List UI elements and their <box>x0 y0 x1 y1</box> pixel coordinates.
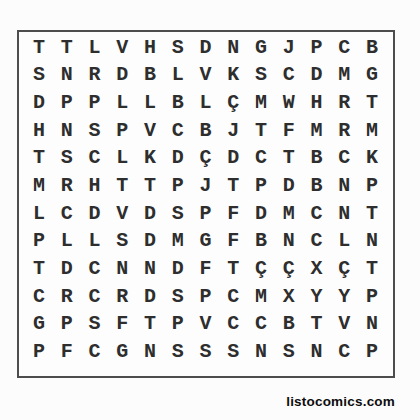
grid-cell[interactable]: R <box>81 62 109 90</box>
grid-cell[interactable]: M <box>275 200 303 228</box>
grid-cell[interactable]: N <box>136 255 164 283</box>
grid-cell[interactable]: K <box>358 145 386 173</box>
grid-cell[interactable]: D <box>136 228 164 256</box>
grid-cell[interactable]: N <box>108 255 136 283</box>
grid-cell[interactable]: C <box>303 200 331 228</box>
grid-cell[interactable]: S <box>53 145 81 173</box>
grid-cell[interactable]: M <box>164 228 192 256</box>
grid-cell[interactable]: C <box>330 145 358 173</box>
grid-cell[interactable]: N <box>53 62 81 90</box>
grid-cell[interactable]: V <box>136 117 164 145</box>
grid-cell[interactable]: Ç <box>192 145 220 173</box>
grid-cell[interactable]: J <box>275 34 303 62</box>
grid-cell[interactable]: C <box>330 338 358 366</box>
grid-cell[interactable]: W <box>275 89 303 117</box>
grid-cell[interactable]: T <box>358 89 386 117</box>
grid-cell[interactable]: P <box>25 228 53 256</box>
grid-cell[interactable]: C <box>275 62 303 90</box>
grid-cell[interactable]: B <box>303 145 331 173</box>
grid-cell[interactable]: Ç <box>219 89 247 117</box>
grid-cell[interactable]: T <box>247 117 275 145</box>
grid-cell[interactable]: S <box>25 62 53 90</box>
grid-cell[interactable]: R <box>53 283 81 311</box>
grid-cell[interactable]: T <box>136 172 164 200</box>
grid-cell[interactable]: D <box>192 34 220 62</box>
grid-cell[interactable]: M <box>247 283 275 311</box>
grid-cell[interactable]: D <box>303 62 331 90</box>
grid-cell[interactable]: P <box>53 311 81 339</box>
grid-cell[interactable]: Y <box>330 283 358 311</box>
grid-cell[interactable]: T <box>25 34 53 62</box>
grid-cell[interactable]: P <box>25 338 53 366</box>
grid-cell[interactable]: S <box>219 338 247 366</box>
grid-cell[interactable]: T <box>219 255 247 283</box>
grid-cell[interactable]: D <box>81 200 109 228</box>
grid-cell[interactable]: J <box>219 117 247 145</box>
grid-cell[interactable]: R <box>53 172 81 200</box>
grid-cell[interactable]: G <box>247 34 275 62</box>
grid-cell[interactable]: S <box>108 228 136 256</box>
grid-cell[interactable]: H <box>25 117 53 145</box>
grid-cell[interactable]: P <box>303 34 331 62</box>
word-search-board: TTLVHSDNGJPCBSNRDBLVKSCDMGDPPLLBLÇMWHRTH… <box>17 30 395 378</box>
grid-cell[interactable]: P <box>358 338 386 366</box>
grid-cell[interactable]: P <box>192 200 220 228</box>
grid-cell[interactable]: P <box>247 172 275 200</box>
grid-cell[interactable]: N <box>275 228 303 256</box>
grid-cell[interactable]: G <box>108 338 136 366</box>
grid-cell[interactable]: S <box>164 338 192 366</box>
grid-cell[interactable]: G <box>192 228 220 256</box>
grid-cell[interactable]: S <box>275 338 303 366</box>
grid-cell[interactable]: P <box>192 283 220 311</box>
grid-cell[interactable]: X <box>303 255 331 283</box>
grid-cell[interactable]: D <box>164 145 192 173</box>
grid-cell[interactable]: D <box>275 172 303 200</box>
grid-cell[interactable]: S <box>164 283 192 311</box>
grid-cell[interactable]: K <box>136 145 164 173</box>
grid-cell[interactable]: V <box>192 62 220 90</box>
grid-cell[interactable]: V <box>192 311 220 339</box>
grid-cell[interactable]: P <box>81 89 109 117</box>
grid-cell[interactable]: T <box>25 255 53 283</box>
grid-cell[interactable]: T <box>358 255 386 283</box>
grid-cell[interactable]: M <box>25 172 53 200</box>
grid-cell[interactable]: D <box>136 283 164 311</box>
grid-cell[interactable]: T <box>358 200 386 228</box>
grid-cell[interactable]: P <box>358 283 386 311</box>
grid-cell[interactable]: P <box>108 117 136 145</box>
grid-cell[interactable]: B <box>358 34 386 62</box>
grid-cell[interactable]: P <box>53 89 81 117</box>
grid-cell[interactable]: F <box>192 255 220 283</box>
grid-cell[interactable]: H <box>136 34 164 62</box>
grid-cell[interactable]: C <box>247 311 275 339</box>
grid-cell[interactable]: J <box>192 172 220 200</box>
grid-cell[interactable]: L <box>108 145 136 173</box>
grid-cell[interactable]: C <box>81 338 109 366</box>
grid-cell[interactable]: L <box>108 89 136 117</box>
grid-cell[interactable]: S <box>81 311 109 339</box>
grid-cell[interactable]: T <box>303 311 331 339</box>
grid-cell[interactable]: X <box>275 283 303 311</box>
grid-cell[interactable]: S <box>164 34 192 62</box>
grid-cell[interactable]: N <box>358 311 386 339</box>
grid-cell[interactable]: Y <box>303 283 331 311</box>
grid-cell[interactable]: L <box>164 62 192 90</box>
grid-cell[interactable]: N <box>358 228 386 256</box>
grid-cell[interactable]: C <box>81 255 109 283</box>
grid-cell[interactable]: R <box>330 117 358 145</box>
grid-cell[interactable]: N <box>303 338 331 366</box>
grid-cell[interactable]: F <box>275 117 303 145</box>
grid-cell[interactable]: L <box>25 200 53 228</box>
grid-cell[interactable]: C <box>164 117 192 145</box>
grid-cell[interactable]: D <box>247 200 275 228</box>
grid-cell[interactable]: D <box>53 255 81 283</box>
grid-cell[interactable]: P <box>164 311 192 339</box>
grid-cell[interactable]: N <box>330 172 358 200</box>
grid-cell[interactable]: B <box>275 311 303 339</box>
grid-cell[interactable]: G <box>358 62 386 90</box>
grid-cell[interactable]: F <box>219 228 247 256</box>
grid-cell[interactable]: D <box>219 145 247 173</box>
grid-cell[interactable]: S <box>192 338 220 366</box>
grid-cell[interactable]: Ç <box>330 255 358 283</box>
grid-cell[interactable]: P <box>358 172 386 200</box>
grid-cell[interactable]: V <box>108 34 136 62</box>
grid-cell[interactable]: D <box>164 255 192 283</box>
grid-cell[interactable]: C <box>81 283 109 311</box>
grid-cell[interactable]: D <box>25 89 53 117</box>
grid-cell[interactable]: V <box>330 311 358 339</box>
grid-cell[interactable]: L <box>330 228 358 256</box>
grid-cell[interactable]: B <box>247 228 275 256</box>
grid-cell[interactable]: D <box>108 62 136 90</box>
site-attribution-link[interactable]: listocomics.com <box>286 394 395 409</box>
grid-cell[interactable]: B <box>303 172 331 200</box>
grid-cell[interactable]: L <box>81 34 109 62</box>
grid-cell[interactable]: B <box>164 89 192 117</box>
grid-cell[interactable]: M <box>358 117 386 145</box>
grid-cell[interactable]: M <box>330 62 358 90</box>
grid-cell[interactable]: Ç <box>275 255 303 283</box>
grid-cell[interactable]: S <box>247 62 275 90</box>
grid-cell[interactable]: S <box>81 117 109 145</box>
grid-cell[interactable]: S <box>164 200 192 228</box>
grid-cell[interactable]: B <box>192 117 220 145</box>
grid-cell[interactable]: T <box>25 145 53 173</box>
grid-cell[interactable]: T <box>136 311 164 339</box>
grid-cell[interactable]: C <box>219 311 247 339</box>
grid-cell[interactable]: F <box>53 338 81 366</box>
grid-cell[interactable]: K <box>219 62 247 90</box>
grid-cell[interactable]: M <box>247 89 275 117</box>
grid-cell[interactable]: G <box>25 311 53 339</box>
grid-cell[interactable]: C <box>303 228 331 256</box>
grid-cell[interactable]: B <box>136 62 164 90</box>
grid-cell[interactable]: C <box>81 145 109 173</box>
grid-cell[interactable]: N <box>53 117 81 145</box>
grid-cell[interactable]: D <box>136 200 164 228</box>
grid-cell[interactable]: L <box>136 89 164 117</box>
grid-cell[interactable]: C <box>330 34 358 62</box>
grid-cell[interactable]: F <box>108 311 136 339</box>
grid-cell[interactable]: T <box>275 145 303 173</box>
grid-cell[interactable]: T <box>219 172 247 200</box>
grid-cell[interactable]: N <box>219 34 247 62</box>
grid-cell[interactable]: L <box>53 228 81 256</box>
grid-cell[interactable]: V <box>108 200 136 228</box>
grid-cell[interactable]: R <box>108 283 136 311</box>
grid-cell[interactable]: M <box>303 117 331 145</box>
grid-cell[interactable]: T <box>108 172 136 200</box>
grid-cell[interactable]: N <box>330 200 358 228</box>
grid-cell[interactable]: H <box>81 172 109 200</box>
grid-cell[interactable]: Ç <box>247 255 275 283</box>
grid-cell[interactable]: T <box>53 34 81 62</box>
grid-cell[interactable]: C <box>53 200 81 228</box>
grid-cell[interactable]: C <box>25 283 53 311</box>
grid-cell[interactable]: P <box>164 172 192 200</box>
grid-cell[interactable]: C <box>219 283 247 311</box>
grid-cell[interactable]: N <box>247 338 275 366</box>
grid-cell[interactable]: N <box>136 338 164 366</box>
grid-cell[interactable]: C <box>247 145 275 173</box>
grid-cell[interactable]: L <box>81 228 109 256</box>
grid-cell[interactable]: L <box>192 89 220 117</box>
grid-cell[interactable]: F <box>219 200 247 228</box>
grid-cell[interactable]: R <box>330 89 358 117</box>
grid-cell[interactable]: H <box>303 89 331 117</box>
